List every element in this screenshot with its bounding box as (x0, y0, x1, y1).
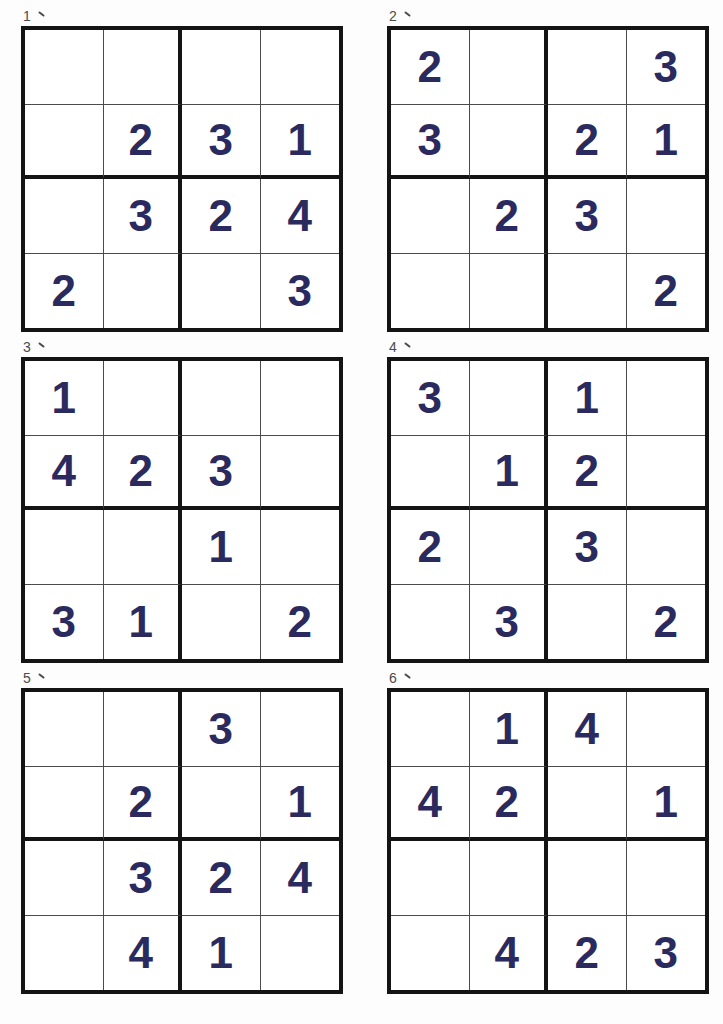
puzzle-4-number: 4 (389, 339, 398, 355)
cell-r4c3[interactable]: 1 (182, 916, 261, 991)
cell-r3c3[interactable]: 2 (182, 179, 261, 254)
cell-r2c3[interactable]: 2 (548, 105, 627, 180)
cell-r4c2[interactable] (470, 254, 549, 329)
cell-r4c3[interactable] (548, 254, 627, 329)
puzzle-1-label: 1 (21, 5, 343, 26)
cell-r1c4[interactable] (627, 361, 706, 436)
puzzle-3: 3 14231312 (21, 336, 343, 663)
puzzle-2-label: 2 (387, 5, 709, 26)
cell-r2c3[interactable] (182, 767, 261, 842)
cell-r1c2[interactable] (104, 692, 183, 767)
cell-r4c1[interactable] (391, 916, 470, 991)
cell-r4c3[interactable] (548, 585, 627, 660)
cell-r1c4[interactable] (627, 692, 706, 767)
puzzle-4: 4 31122332 (387, 336, 709, 663)
cell-r4c1[interactable]: 3 (25, 585, 104, 660)
cell-r3c1[interactable] (25, 841, 104, 916)
board-4: 31122332 (387, 357, 709, 663)
cell-r2c4[interactable]: 1 (627, 105, 706, 180)
cell-r1c1[interactable] (391, 692, 470, 767)
cell-r1c4[interactable]: 3 (627, 30, 706, 105)
cell-r1c3[interactable] (182, 30, 261, 105)
cell-r4c4[interactable]: 3 (627, 916, 706, 991)
cell-r1c3[interactable] (548, 30, 627, 105)
cell-r4c4[interactable] (261, 916, 340, 991)
cell-r3c1[interactable] (391, 841, 470, 916)
puzzle-1-number: 1 (23, 8, 32, 24)
cell-r2c2[interactable]: 2 (104, 436, 183, 511)
cell-r1c3[interactable]: 4 (548, 692, 627, 767)
cell-r2c3[interactable] (548, 767, 627, 842)
puzzle-6: 6 14421423 (387, 667, 709, 994)
board-1: 23132423 (21, 26, 343, 332)
cell-r3c4[interactable] (627, 179, 706, 254)
cell-r1c2[interactable]: 1 (470, 692, 549, 767)
cell-r4c1[interactable] (25, 916, 104, 991)
board-2: 23321232 (387, 26, 709, 332)
cell-r3c3[interactable]: 3 (548, 179, 627, 254)
cell-r4c4[interactable]: 2 (627, 585, 706, 660)
puzzle-sheet: 1 23132423 2 23321232 3 14231312 4 31122… (0, 0, 723, 994)
cell-r4c3[interactable] (182, 254, 261, 329)
cell-r1c4[interactable] (261, 692, 340, 767)
cell-r3c1[interactable]: 2 (391, 510, 470, 585)
cell-r3c3[interactable]: 2 (182, 841, 261, 916)
cell-r4c2[interactable]: 4 (470, 916, 549, 991)
cell-r2c2[interactable]: 1 (470, 436, 549, 511)
cell-r4c4[interactable]: 3 (261, 254, 340, 329)
cell-r3c1[interactable] (391, 179, 470, 254)
puzzle-2: 2 23321232 (387, 5, 709, 332)
enumeration-comma (402, 342, 412, 352)
board-5: 32132441 (21, 688, 343, 994)
cell-r1c3[interactable]: 1 (548, 361, 627, 436)
cell-r2c2[interactable]: 2 (470, 767, 549, 842)
cell-r4c4[interactable]: 2 (627, 254, 706, 329)
cell-r2c2[interactable] (470, 105, 549, 180)
puzzle-3-label: 3 (21, 336, 343, 357)
cell-r4c3[interactable] (182, 585, 261, 660)
puzzle-4-label: 4 (387, 336, 709, 357)
cell-r3c3[interactable] (548, 841, 627, 916)
cell-r2c2[interactable]: 2 (104, 105, 183, 180)
cell-r2c3[interactable]: 3 (182, 436, 261, 511)
enumeration-comma (36, 673, 46, 683)
cell-r1c2[interactable] (104, 30, 183, 105)
cell-r4c1[interactable]: 2 (25, 254, 104, 329)
cell-r1c3[interactable]: 3 (182, 692, 261, 767)
puzzle-1: 1 23132423 (21, 5, 343, 332)
cell-r3c3[interactable]: 3 (548, 510, 627, 585)
cell-r2c1[interactable]: 4 (25, 436, 104, 511)
puzzle-5-label: 5 (21, 667, 343, 688)
cell-r1c1[interactable]: 1 (25, 361, 104, 436)
cell-r3c4[interactable]: 4 (261, 841, 340, 916)
cell-r1c1[interactable]: 2 (391, 30, 470, 105)
cell-r3c4[interactable] (627, 510, 706, 585)
cell-r2c4[interactable]: 1 (261, 767, 340, 842)
cell-r2c4[interactable]: 1 (261, 105, 340, 180)
cell-r1c4[interactable] (261, 361, 340, 436)
cell-r2c1[interactable] (391, 436, 470, 511)
cell-r4c1[interactable] (391, 254, 470, 329)
cell-r3c4[interactable] (261, 510, 340, 585)
cell-r3c4[interactable]: 4 (261, 179, 340, 254)
cell-r4c2[interactable] (104, 254, 183, 329)
cell-r3c1[interactable] (25, 510, 104, 585)
cell-r2c2[interactable]: 2 (104, 767, 183, 842)
cell-r2c4[interactable] (627, 436, 706, 511)
cell-r3c2[interactable]: 2 (470, 179, 549, 254)
cell-r2c3[interactable]: 2 (548, 436, 627, 511)
cell-r2c4[interactable] (261, 436, 340, 511)
enumeration-comma (36, 11, 46, 21)
enumeration-comma (402, 673, 412, 683)
cell-r4c2[interactable]: 1 (104, 585, 183, 660)
cell-r2c4[interactable]: 1 (627, 767, 706, 842)
board-6: 14421423 (387, 688, 709, 994)
cell-r2c1[interactable] (25, 105, 104, 180)
cell-r3c3[interactable]: 1 (182, 510, 261, 585)
cell-r1c1[interactable] (25, 30, 104, 105)
cell-r1c3[interactable] (182, 361, 261, 436)
puzzle-6-label: 6 (387, 667, 709, 688)
cell-r3c4[interactable] (627, 841, 706, 916)
puzzle-6-number: 6 (389, 670, 398, 686)
cell-r1c4[interactable] (261, 30, 340, 105)
cell-r2c1[interactable]: 4 (391, 767, 470, 842)
cell-r1c1[interactable]: 3 (391, 361, 470, 436)
cell-r3c2[interactable] (470, 841, 549, 916)
puzzle-3-number: 3 (23, 339, 32, 355)
puzzle-2-number: 2 (389, 8, 398, 24)
cell-r1c2[interactable] (470, 30, 549, 105)
cell-r3c2[interactable]: 3 (104, 179, 183, 254)
cell-r3c2[interactable] (470, 510, 549, 585)
cell-r2c1[interactable]: 3 (391, 105, 470, 180)
puzzle-5-number: 5 (23, 670, 32, 686)
cell-r2c3[interactable]: 3 (182, 105, 261, 180)
puzzle-5: 5 32132441 (21, 667, 343, 994)
cell-r4c4[interactable]: 2 (261, 585, 340, 660)
cell-r1c2[interactable] (104, 361, 183, 436)
cell-r4c2[interactable]: 4 (104, 916, 183, 991)
cell-r1c2[interactable] (470, 361, 549, 436)
cell-r4c2[interactable]: 3 (470, 585, 549, 660)
enumeration-comma (36, 342, 46, 352)
cell-r4c1[interactable] (391, 585, 470, 660)
cell-r3c2[interactable] (104, 510, 183, 585)
board-3: 14231312 (21, 357, 343, 663)
cell-r4c3[interactable]: 2 (548, 916, 627, 991)
cell-r1c1[interactable] (25, 692, 104, 767)
cell-r3c1[interactable] (25, 179, 104, 254)
enumeration-comma (402, 11, 412, 21)
cell-r3c2[interactable]: 3 (104, 841, 183, 916)
cell-r2c1[interactable] (25, 767, 104, 842)
